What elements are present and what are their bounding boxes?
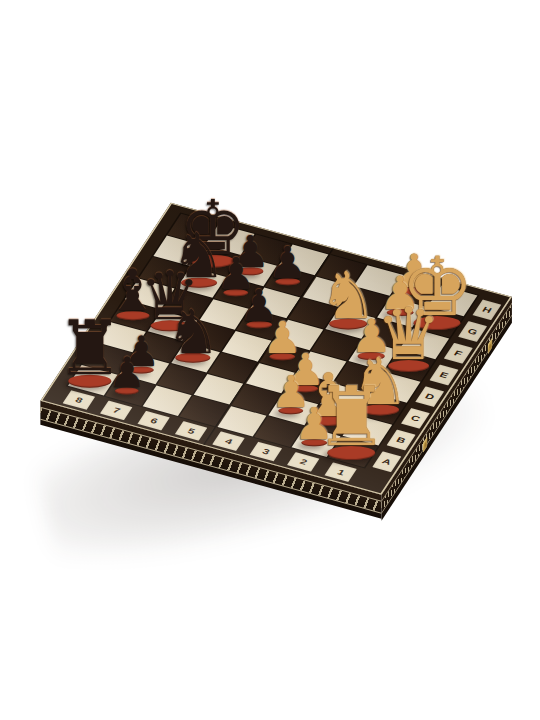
- knight-icon: ♞: [166, 301, 221, 362]
- rook-icon: ♜: [315, 376, 389, 458]
- pawn-icon: ♟: [108, 352, 146, 394]
- file-label-B: B: [387, 430, 416, 451]
- file-label-D: D: [415, 386, 444, 407]
- file-label-H: H: [472, 299, 501, 320]
- pawn-icon: ♟: [268, 240, 307, 284]
- file-label-F: F: [444, 343, 473, 364]
- chess-set-photo: 87654321 ABCDEFGH ♜♝♟♟♛♞♚♞♟♟♟♟♟♟♟♞♟♝♟♟♟♜…: [0, 0, 540, 720]
